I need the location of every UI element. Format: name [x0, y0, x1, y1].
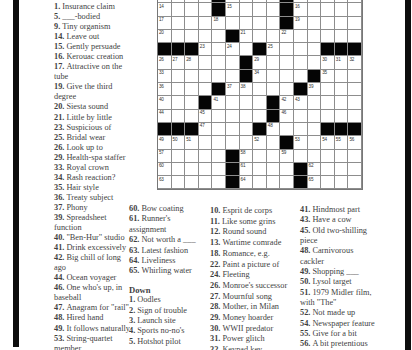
clue-number: 48. — [54, 313, 64, 322]
white-square — [212, 123, 226, 136]
white-square: 24 — [226, 43, 240, 56]
clue-number: 45. — [300, 226, 310, 235]
cell-number: 21 — [241, 30, 246, 35]
clue-item: 9.Tiny organism — [54, 22, 160, 32]
white-square: 21 — [240, 30, 254, 43]
white-square — [267, 30, 281, 43]
clue-number: 40. — [54, 233, 64, 242]
white-square: 31 — [335, 56, 349, 69]
white-square — [321, 96, 335, 109]
white-square — [267, 176, 281, 189]
clue-text: "Ben-Hur" studio — [66, 233, 124, 242]
clue-number: 47. — [54, 303, 64, 312]
white-square: 61 — [240, 163, 254, 176]
white-square — [172, 30, 186, 43]
black-square — [280, 136, 294, 149]
white-square — [253, 176, 267, 189]
white-square: 59 — [280, 150, 294, 163]
cell-number: 65 — [309, 177, 314, 182]
clue-number: 36. — [54, 193, 64, 202]
white-square — [294, 56, 308, 69]
clue-text: Look up to — [66, 143, 102, 152]
white-square — [226, 56, 240, 69]
clue-number: 27. — [210, 292, 220, 301]
white-square: 38 — [240, 83, 254, 96]
clue-item: 13.Wartime comrade — [210, 238, 308, 249]
white-square — [267, 17, 281, 30]
white-square — [240, 3, 254, 16]
clue-item: 61.Runner's assignment — [129, 214, 223, 235]
white-square — [308, 30, 322, 43]
white-square — [294, 123, 308, 136]
clue-text: ___-bodied — [62, 12, 100, 21]
white-square — [172, 96, 186, 109]
black-square — [294, 163, 308, 176]
white-square — [253, 96, 267, 109]
white-square — [199, 3, 213, 16]
white-square — [308, 43, 322, 56]
clue-item: 28.Mother, in Milan — [210, 302, 308, 313]
white-square — [294, 30, 308, 43]
white-square — [240, 17, 254, 30]
cell-number: 29 — [254, 57, 259, 62]
black-square — [308, 70, 322, 83]
white-square — [199, 17, 213, 30]
black-square — [267, 110, 281, 123]
clue-text: Sports no-no's — [137, 326, 184, 335]
clue-text: Keypad key — [222, 345, 262, 350]
white-square — [348, 176, 362, 189]
white-square — [172, 17, 186, 30]
cell-number: 15 — [227, 4, 232, 9]
white-square: 17 — [158, 17, 172, 30]
black-square — [348, 123, 362, 136]
across-clues-continued: 60.Bow coating61.Runner's assignment62.N… — [129, 204, 223, 277]
white-square — [280, 176, 294, 189]
black-square — [240, 70, 254, 83]
clue-text: Monroe's successor — [222, 281, 287, 290]
clue-number: 56. — [300, 339, 310, 348]
clue-text: Siesta sound — [66, 102, 108, 111]
clue-number: 22. — [210, 260, 220, 269]
left-border-line — [13, 0, 19, 347]
cell-number: 32 — [349, 57, 354, 62]
white-square — [335, 110, 349, 123]
white-square — [212, 150, 226, 163]
black-square — [158, 43, 172, 56]
black-square — [185, 43, 199, 56]
cell-number: 53 — [295, 137, 300, 142]
clue-item: 26.Monroe's successor — [210, 281, 308, 292]
clue-text: Whirling water — [141, 266, 191, 275]
white-square: 35 — [321, 70, 335, 83]
crossword-puzzle-page: 1415161718192021222324252627282930313233… — [0, 0, 412, 350]
black-square — [348, 43, 362, 56]
cell-number: 27 — [173, 57, 178, 62]
clue-item: 5.___-bodied — [54, 12, 160, 22]
white-square — [280, 56, 294, 69]
clue-item: 22.Paint a picture of — [210, 260, 308, 271]
clue-text: Fleeting — [222, 270, 249, 279]
clue-item: 60.Bow coating — [129, 204, 223, 214]
black-square — [280, 17, 294, 30]
white-square — [348, 17, 362, 30]
white-square — [212, 30, 226, 43]
black-square — [335, 43, 349, 56]
white-square — [308, 96, 322, 109]
clue-text: Give for a bit — [312, 329, 356, 338]
clue-item: 23.Suspicious of — [54, 123, 160, 133]
clue-number: 18. — [210, 249, 220, 258]
clue-text: Paint a picture of — [222, 260, 279, 269]
black-square — [335, 123, 349, 136]
clue-item: 21.Little by little — [54, 113, 160, 123]
clue-item: 33.Royal crown — [54, 163, 160, 173]
white-square — [348, 96, 362, 109]
clue-number: 63. — [129, 246, 139, 255]
cell-number: 62 — [309, 163, 314, 168]
white-square: 14 — [158, 3, 172, 16]
black-square — [212, 3, 226, 16]
clue-number: 1. — [54, 2, 60, 11]
clue-text: Not worth a ___ — [141, 235, 195, 244]
white-square — [199, 83, 213, 96]
clue-number: 64. — [129, 256, 139, 265]
clue-text: Not made up — [312, 308, 355, 317]
clue-text: Gently persuade — [66, 42, 120, 51]
clue-number: 30. — [210, 324, 220, 333]
white-square — [294, 70, 308, 83]
white-square — [267, 150, 281, 163]
clue-item: 2.Sign of trouble — [129, 306, 223, 316]
cell-number: 25 — [268, 44, 273, 49]
clue-text: Kerouac creation — [66, 52, 123, 61]
clue-number: 41. — [300, 205, 310, 214]
white-square — [212, 163, 226, 176]
white-square: 47 — [199, 123, 213, 136]
white-square — [267, 70, 281, 83]
cell-number: 45 — [200, 110, 205, 115]
clue-number: 29. — [54, 153, 64, 162]
bottom-clues-column-2: 10.Esprit de corps11.Like some grins12.R… — [210, 206, 308, 350]
clue-number: 1. — [129, 295, 135, 304]
white-square — [308, 56, 322, 69]
white-square — [280, 83, 294, 96]
white-square — [321, 150, 335, 163]
clue-item: 1.Insurance claim — [54, 2, 160, 12]
white-square: 62 — [308, 163, 322, 176]
white-square: 22 — [280, 30, 294, 43]
white-square: 42 — [280, 96, 294, 109]
clue-item: 55.Give for a bit — [300, 329, 402, 339]
clue-text: Esprit de corps — [222, 206, 272, 215]
white-square — [294, 150, 308, 163]
clue-number: 37. — [54, 203, 64, 212]
white-square — [348, 70, 362, 83]
clue-number: 35. — [54, 183, 64, 192]
clue-item: 19.Give the third degree — [54, 82, 160, 102]
cell-number: 56 — [349, 137, 354, 142]
clue-number: 51. — [300, 288, 310, 297]
clue-number: 4. — [129, 326, 135, 335]
clue-number: 26. — [210, 281, 220, 290]
white-square: 46 — [280, 110, 294, 123]
black-square — [158, 123, 172, 136]
clue-number: 29. — [210, 313, 220, 322]
clue-text: Launch site — [137, 316, 175, 325]
white-square — [199, 136, 213, 149]
clue-text: It follows naturally — [66, 324, 130, 333]
white-square — [226, 17, 240, 30]
clue-text: Newspaper feature — [312, 319, 374, 328]
white-square — [308, 110, 322, 123]
clue-number: 28. — [210, 302, 220, 311]
clue-number: 15. — [54, 42, 64, 51]
clue-text: Rash reaction? — [66, 173, 115, 182]
clue-item: 18.Romance, e.g. — [210, 249, 308, 260]
clue-text: Drink excessively — [66, 243, 126, 252]
clue-number: 53. — [54, 334, 64, 343]
clue-item: 64.Liveliness — [129, 256, 223, 266]
white-square: 41 — [212, 96, 226, 109]
black-square — [294, 176, 308, 189]
white-square — [240, 136, 254, 149]
clue-item: 24.Fleeting — [210, 270, 308, 281]
white-square — [321, 110, 335, 123]
white-square — [348, 30, 362, 43]
white-square — [321, 17, 335, 30]
clue-item: 3.Launch site — [129, 316, 223, 326]
clue-number: 12. — [210, 227, 220, 236]
white-square — [240, 123, 254, 136]
cell-number: 64 — [241, 177, 246, 182]
black-square — [267, 96, 281, 109]
white-square — [185, 163, 199, 176]
clue-item: 52.Not made up — [300, 308, 402, 318]
white-square: 53 — [294, 136, 308, 149]
white-square — [172, 163, 186, 176]
white-square — [253, 83, 267, 96]
white-square — [294, 43, 308, 56]
white-square — [185, 17, 199, 30]
white-square — [294, 110, 308, 123]
cell-number: 59 — [281, 150, 286, 155]
clue-text: Romance, e.g. — [222, 249, 269, 258]
clue-item: 43.Have a cow — [300, 215, 402, 225]
clue-text: Money hoarder — [222, 313, 273, 322]
clue-text: Hired hand — [66, 313, 103, 322]
cell-number: 24 — [227, 44, 232, 49]
clue-text: Hindmost part — [312, 205, 360, 214]
clue-text: Royal crown — [66, 163, 109, 172]
clue-item: 31.Power glitch — [210, 334, 308, 345]
white-square — [280, 123, 294, 136]
clue-item: 11.Like some grins — [210, 217, 308, 228]
white-square — [172, 83, 186, 96]
cell-number: 37 — [227, 84, 232, 89]
clue-text: Insurance claim — [62, 2, 115, 11]
cell-number: 38 — [241, 84, 246, 89]
clue-item: 32.Keypad key — [210, 345, 308, 350]
white-square: 52 — [253, 136, 267, 149]
clue-item: 36.Treaty subject — [54, 193, 160, 203]
white-square: 49 — [158, 136, 172, 149]
white-square — [321, 176, 335, 189]
white-square — [321, 3, 335, 16]
white-square: 65 — [308, 176, 322, 189]
clue-text: Leave out — [66, 32, 99, 41]
cell-number: 48 — [268, 123, 273, 128]
white-square — [240, 43, 254, 56]
white-square: 43 — [294, 96, 308, 109]
clue-text: Suspicious of — [66, 123, 111, 132]
clue-number: 5. — [129, 337, 135, 346]
clue-item: 17.Attractive on the tube — [54, 62, 160, 82]
cell-number: 30 — [322, 57, 327, 62]
clue-item: 54.Newspaper feature — [300, 319, 402, 329]
white-square: 26 — [158, 56, 172, 69]
down-clues-1-5: 1.Oodles2.Sign of trouble3.Launch site4.… — [129, 295, 223, 347]
clue-text: Shopping ___ — [312, 267, 358, 276]
cell-number: 47 — [200, 123, 205, 128]
white-square — [185, 70, 199, 83]
clue-number: 20. — [54, 102, 64, 111]
white-square — [199, 150, 213, 163]
white-square — [321, 30, 335, 43]
black-square — [321, 43, 335, 56]
clue-number: 55. — [300, 329, 310, 338]
white-square: 48 — [267, 123, 281, 136]
white-square — [335, 30, 349, 43]
white-square — [226, 96, 240, 109]
clue-item: 51.1979 Midler film, with "The" — [300, 288, 402, 309]
clue-number: 13. — [210, 238, 220, 247]
white-square: 40 — [158, 96, 172, 109]
white-square — [212, 56, 226, 69]
right-border-line — [405, 0, 411, 350]
black-square — [212, 83, 226, 96]
clue-item: 14.Leave out — [54, 32, 160, 42]
white-square: 58 — [240, 150, 254, 163]
clue-text: Like some grins — [222, 217, 275, 226]
white-square — [172, 150, 186, 163]
clue-number: 42. — [54, 253, 64, 262]
clue-number: 61. — [129, 214, 139, 223]
clue-number: 62. — [129, 235, 139, 244]
white-square: 36 — [158, 83, 172, 96]
clue-number: 17. — [54, 62, 64, 71]
clue-text: Bow coating — [141, 204, 183, 213]
white-square — [240, 110, 254, 123]
white-square — [308, 3, 322, 16]
white-square — [253, 3, 267, 16]
clue-number: 9. — [54, 22, 60, 31]
clue-item: 29.Money hoarder — [210, 313, 308, 324]
clue-text: Tiny organism — [62, 22, 110, 31]
clue-number: 50. — [300, 277, 310, 286]
clue-text: Round sound — [222, 227, 266, 236]
bottom-clues-column-1: 60.Bow coating61.Runner's assignment62.N… — [129, 204, 223, 347]
clue-item: 49.Shopping ___ — [300, 267, 402, 277]
white-square — [308, 136, 322, 149]
white-square — [335, 150, 349, 163]
clue-number: 14. — [54, 32, 64, 41]
white-square — [172, 176, 186, 189]
white-square: 33 — [158, 70, 172, 83]
clue-text: Mournful song — [222, 292, 272, 301]
clue-number: 34. — [54, 173, 64, 182]
cell-number: 46 — [281, 110, 286, 115]
white-square — [199, 30, 213, 43]
cell-number: 31 — [336, 57, 341, 62]
clue-item: 48.Carnivorous cackler — [300, 246, 402, 267]
clue-number: 46. — [54, 283, 64, 292]
clue-number: 54. — [300, 319, 310, 328]
white-square — [212, 176, 226, 189]
white-square: 57 — [158, 150, 172, 163]
white-square: 15 — [226, 3, 240, 16]
white-square: 51 — [185, 136, 199, 149]
black-square — [280, 3, 294, 16]
white-square — [172, 70, 186, 83]
clue-number: 49. — [54, 324, 64, 333]
white-square: 23 — [199, 43, 213, 56]
white-square: 32 — [348, 56, 362, 69]
clue-text: Health-spa staffer — [66, 153, 125, 162]
white-square — [199, 70, 213, 83]
white-square: 50 — [172, 136, 186, 149]
white-square — [280, 70, 294, 83]
white-square: 16 — [294, 3, 308, 16]
black-square — [172, 123, 186, 136]
white-square — [348, 163, 362, 176]
white-square — [308, 123, 322, 136]
clue-item: 1.Oodles — [129, 295, 223, 305]
cell-number: 61 — [241, 163, 246, 168]
white-square — [348, 110, 362, 123]
white-square: 45 — [199, 110, 213, 123]
black-square — [226, 150, 240, 163]
white-square — [185, 150, 199, 163]
white-square — [226, 70, 240, 83]
clue-text: Lysol target — [312, 277, 351, 286]
clue-item: 63.Latest fashion — [129, 246, 223, 256]
white-square: 30 — [321, 56, 335, 69]
white-square: 19 — [294, 17, 308, 30]
cell-number: 52 — [254, 137, 259, 142]
white-square: 28 — [185, 56, 199, 69]
cell-number: 23 — [200, 44, 205, 49]
white-square — [185, 3, 199, 16]
clue-item: 5.Hotshot pilot — [129, 337, 223, 347]
clue-item: 50.Lysol target — [300, 277, 402, 287]
clue-number: 65. — [129, 266, 139, 275]
white-square — [321, 163, 335, 176]
clue-number: 52. — [300, 308, 310, 317]
cell-number: 54 — [322, 137, 327, 142]
clue-text: WWII predator — [222, 324, 273, 333]
cell-number: 16 — [295, 4, 300, 9]
white-square: 27 — [172, 56, 186, 69]
clue-item: 29.Health-spa staffer — [54, 153, 160, 163]
clue-number: 23. — [54, 123, 64, 132]
cell-number: 51 — [186, 137, 191, 142]
clue-text: Liveliness — [141, 256, 175, 265]
white-square — [267, 136, 281, 149]
white-square — [308, 17, 322, 30]
clue-text: Power glitch — [222, 334, 264, 343]
black-square — [226, 163, 240, 176]
